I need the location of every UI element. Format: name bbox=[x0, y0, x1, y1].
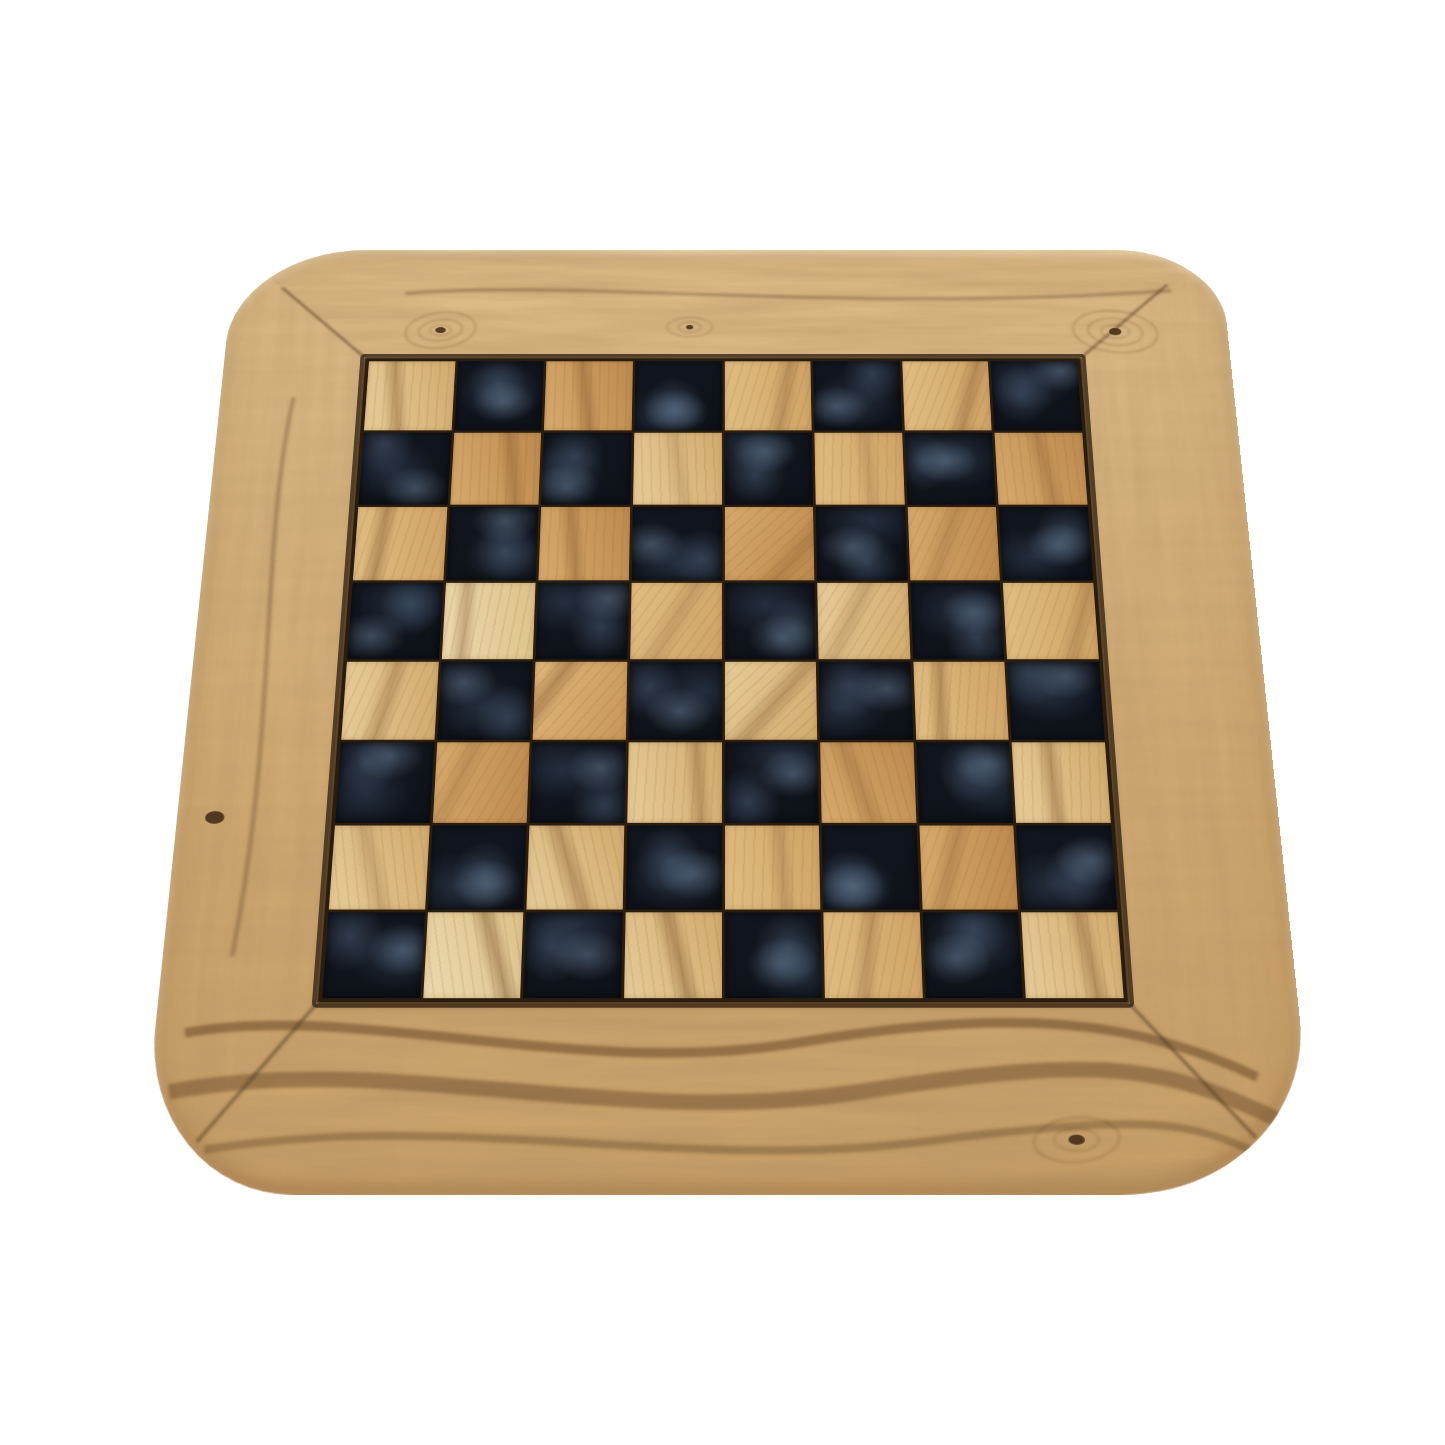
square-g5 bbox=[910, 583, 1004, 659]
square-d1 bbox=[624, 912, 722, 998]
square-f7 bbox=[815, 433, 905, 504]
square-b1 bbox=[423, 912, 524, 998]
square-e5 bbox=[724, 583, 816, 659]
square-g1 bbox=[922, 912, 1023, 998]
square-g6 bbox=[907, 507, 1000, 581]
square-a8 bbox=[364, 361, 455, 430]
square-h1 bbox=[1021, 912, 1123, 998]
square-f1 bbox=[823, 912, 922, 998]
square-h2 bbox=[1017, 826, 1118, 909]
square-a4 bbox=[341, 661, 438, 739]
square-e8 bbox=[724, 361, 811, 430]
square-e2 bbox=[724, 826, 820, 909]
square-h6 bbox=[999, 507, 1093, 581]
square-g8 bbox=[902, 361, 992, 430]
square-b4 bbox=[437, 661, 533, 739]
square-f3 bbox=[820, 742, 916, 823]
square-h8 bbox=[991, 361, 1082, 430]
square-c3 bbox=[530, 742, 626, 823]
square-e6 bbox=[724, 507, 814, 581]
square-e3 bbox=[724, 742, 818, 823]
square-a1 bbox=[322, 912, 424, 998]
square-a3 bbox=[335, 742, 434, 823]
square-c5 bbox=[536, 583, 629, 659]
square-c6 bbox=[539, 507, 630, 581]
square-b2 bbox=[428, 826, 527, 909]
square-a6 bbox=[353, 507, 447, 581]
square-a7 bbox=[358, 433, 451, 504]
square-b7 bbox=[450, 433, 541, 504]
square-d4 bbox=[629, 661, 722, 739]
square-b3 bbox=[432, 742, 529, 823]
square-h7 bbox=[995, 433, 1088, 504]
square-g7 bbox=[905, 433, 996, 504]
square-c8 bbox=[544, 361, 633, 430]
square-b8 bbox=[454, 361, 544, 430]
square-e4 bbox=[724, 661, 817, 739]
square-d5 bbox=[630, 583, 722, 659]
square-f5 bbox=[817, 583, 910, 659]
square-b5 bbox=[441, 583, 535, 659]
chessboard bbox=[318, 358, 1128, 1002]
square-c7 bbox=[541, 433, 631, 504]
square-h3 bbox=[1012, 742, 1111, 823]
square-f2 bbox=[822, 826, 920, 909]
square-d2 bbox=[626, 826, 722, 909]
square-b6 bbox=[446, 507, 539, 581]
square-a2 bbox=[329, 826, 430, 909]
square-g3 bbox=[916, 742, 1013, 823]
square-d8 bbox=[634, 361, 721, 430]
square-h4 bbox=[1007, 661, 1104, 739]
square-d3 bbox=[627, 742, 721, 823]
square-d7 bbox=[633, 433, 722, 504]
square-f8 bbox=[813, 361, 902, 430]
square-e7 bbox=[724, 433, 813, 504]
square-g2 bbox=[919, 826, 1018, 909]
square-c4 bbox=[533, 661, 627, 739]
square-f4 bbox=[819, 661, 913, 739]
square-f6 bbox=[816, 507, 907, 581]
square-c1 bbox=[523, 912, 622, 998]
square-g4 bbox=[913, 661, 1009, 739]
square-d6 bbox=[632, 507, 722, 581]
square-e1 bbox=[724, 912, 822, 998]
square-a5 bbox=[347, 583, 443, 659]
product-photo bbox=[0, 0, 1445, 1445]
board-perspective-wrapper bbox=[130, 115, 1316, 1195]
square-c2 bbox=[527, 826, 625, 909]
square-h5 bbox=[1003, 583, 1099, 659]
